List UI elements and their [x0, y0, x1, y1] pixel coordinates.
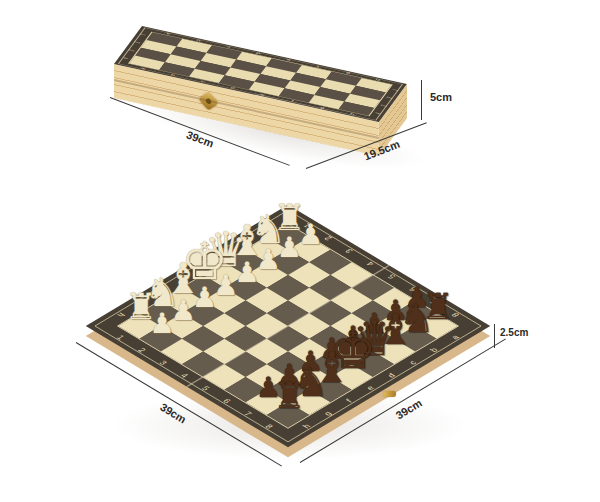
- piece-black-knight: ♞: [289, 352, 333, 402]
- piece-black-pawn: ♟: [373, 275, 417, 325]
- piece-white-pawn: ♟: [225, 237, 269, 287]
- piece-black-pawn: ♟: [310, 313, 354, 363]
- brass-clasp-icon: [199, 92, 219, 110]
- piece-black-queen: ♛: [352, 313, 396, 363]
- piece-black-bishop: ♝: [310, 339, 354, 389]
- piece-white-pawn: ♟: [140, 288, 184, 338]
- piece-black-bishop: ♝: [373, 301, 417, 351]
- piece-white-pawn: ♟: [246, 224, 290, 274]
- piece-white-pawn: ♟: [204, 250, 248, 300]
- piece-black-pawn: ♟: [352, 288, 396, 338]
- piece-white-pawn: ♟: [183, 262, 227, 312]
- piece-black-pawn: ♟: [331, 301, 375, 351]
- piece-white-pawn: ♟: [161, 275, 205, 325]
- closed-height-label: 5cm: [430, 92, 452, 103]
- piece-black-pawn: ♟: [289, 326, 333, 376]
- open-board-clasp-icon: [383, 391, 396, 397]
- piece-white-rook: ♜: [267, 186, 311, 236]
- closed-height-line: [421, 80, 422, 120]
- piece-white-pawn: ♟: [289, 199, 333, 249]
- piece-black-king: ♚: [331, 326, 375, 376]
- piece-black-pawn: ♟: [267, 339, 311, 389]
- piece-black-pawn: ♟: [395, 262, 439, 312]
- piece-black-rook: ♜: [416, 275, 460, 325]
- open-thickness-line: [494, 324, 495, 348]
- piece-black-pawn: ♟: [246, 352, 290, 402]
- piece-black-rook: ♜: [267, 364, 311, 414]
- piece-white-pawn: ♟: [267, 212, 311, 262]
- piece-black-knight: ♞: [395, 288, 439, 338]
- product-photo: aabbccddeeffgghh11223344 39cm 19.5cm 5cm…: [0, 0, 600, 502]
- open-thickness-label: 2.5cm: [500, 328, 528, 338]
